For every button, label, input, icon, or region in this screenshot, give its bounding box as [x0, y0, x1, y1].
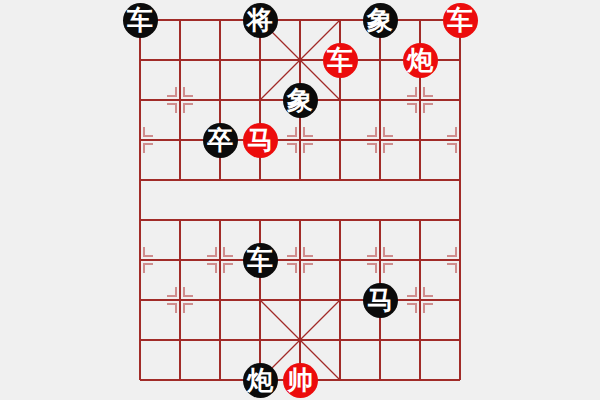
piece-red-chariot[interactable]: 车	[443, 3, 478, 38]
piece-black-elephant[interactable]: 象	[363, 3, 398, 38]
piece-red-horse[interactable]: 马	[243, 123, 278, 158]
piece-black-chariot[interactable]: 车	[243, 243, 278, 278]
xiangqi-board: 车将象车车炮象卒马车马炮帅	[0, 0, 600, 400]
pieces-grid: 车将象车车炮象卒马车马炮帅	[120, 0, 480, 400]
piece-black-cannon[interactable]: 炮	[243, 363, 278, 398]
piece-black-elephant[interactable]: 象	[283, 83, 318, 118]
piece-black-pawn[interactable]: 卒	[203, 123, 238, 158]
piece-red-cannon[interactable]: 炮	[403, 43, 438, 78]
piece-black-general[interactable]: 将	[243, 3, 278, 38]
piece-black-chariot[interactable]: 车	[123, 3, 158, 38]
piece-red-general[interactable]: 帅	[283, 363, 318, 398]
piece-black-horse[interactable]: 马	[363, 283, 398, 318]
piece-red-chariot[interactable]: 车	[323, 43, 358, 78]
